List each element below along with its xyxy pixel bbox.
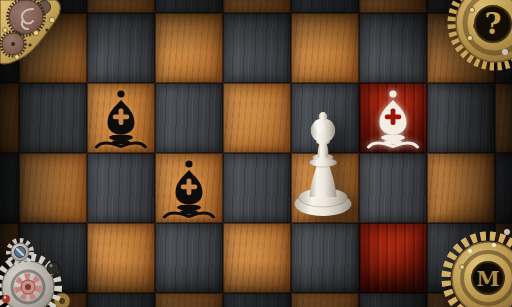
help-label: ? (485, 7, 502, 41)
menu-label: M (476, 266, 499, 291)
square-r3-c3[interactable] (155, 153, 223, 223)
square-r2-c4[interactable] (223, 83, 291, 153)
square-r5-c5[interactable] (291, 293, 359, 307)
square-r3-c0[interactable] (0, 153, 19, 223)
square-r0-c4[interactable] (223, 0, 291, 13)
square-r4-c4[interactable] (223, 223, 291, 293)
square-r1-c4[interactable] (223, 13, 291, 83)
help-gear-icon: ? (372, 0, 512, 110)
square-r0-c3[interactable] (155, 0, 223, 13)
gears-ornament-bottom-left (0, 215, 120, 307)
chess-app-screen: ? (0, 0, 512, 307)
square-r5-c4[interactable] (223, 293, 291, 307)
square-r4-c5[interactable] (291, 223, 359, 293)
clockwork-plate-icon (0, 0, 120, 100)
square-r3-c5[interactable] (291, 153, 359, 223)
menu-button[interactable]: M (382, 207, 512, 307)
square-r3-c4[interactable] (223, 153, 291, 223)
silver-gears-icon (0, 215, 120, 307)
square-r0-c5[interactable] (291, 0, 359, 13)
square-r3-c1[interactable] (19, 153, 87, 223)
black-bishop[interactable] (160, 157, 218, 219)
square-r5-c3[interactable] (155, 293, 223, 307)
square-r1-c5[interactable] (291, 13, 359, 83)
square-r3-c2[interactable] (87, 153, 155, 223)
menu-gear-icon: M (382, 207, 512, 307)
white-pawn[interactable] (292, 105, 358, 217)
square-r4-c3[interactable] (155, 223, 223, 293)
square-r1-c3[interactable] (155, 13, 223, 83)
square-r2-c3[interactable] (155, 83, 223, 153)
clockwork-ornament-top-left (0, 0, 120, 100)
help-button[interactable]: ? (372, 0, 512, 110)
